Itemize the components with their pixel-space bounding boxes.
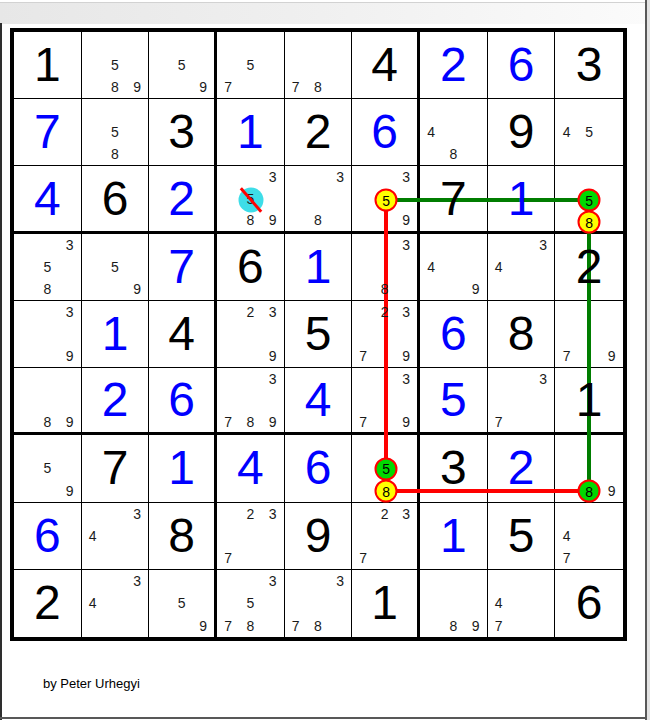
cell-r2c5[interactable]: 2 [285,99,353,166]
candidate-2: 2 [374,503,396,525]
candidate-7: 7 [217,76,239,98]
solved-digit: 4 [285,368,352,432]
given-digit: 1 [555,368,623,432]
candidate-3: 3 [329,166,351,187]
candidate-3: 3 [261,166,283,187]
given-digit: 9 [488,99,555,165]
solved-digit: 2 [82,368,149,432]
cell-r9c6[interactable]: 1 [352,570,420,637]
candidate-3: 3 [261,301,283,323]
cell-r9c1[interactable]: 2 [14,570,82,637]
cell-r5c8[interactable]: 8 [488,301,556,368]
cell-r1c7[interactable]: 2 [420,32,488,99]
given-digit: 7 [420,166,487,230]
candidate-9: 9 [58,345,80,367]
cell-r1c8[interactable]: 6 [488,32,556,99]
cell-r6c1[interactable]: 89 [14,368,82,435]
candidate-5: 5 [239,54,261,76]
candidate-7: 7 [488,615,510,637]
cell-r7c6[interactable]: 58 [352,435,420,502]
solved-digit: 1 [488,166,555,230]
candidate-8: 8 [442,143,464,165]
candidate-8: 8 [36,278,58,300]
candidate-8: 8 [442,615,464,637]
solved-digit: 2 [149,166,214,230]
candidate-9: 9 [395,345,417,367]
cell-r9c7[interactable]: 89 [420,570,488,637]
solved-digit: 6 [352,99,417,165]
cell-r4c9[interactable]: 2 [555,234,623,301]
cell-r2c3[interactable]: 3 [149,99,217,166]
cell-r5c5[interactable]: 5 [285,301,353,368]
candidate-7: 7 [217,547,239,569]
cell-r4c3[interactable]: 7 [149,234,217,301]
solved-digit: 6 [488,32,555,98]
candidate-3: 3 [395,301,417,323]
cell-r1c5[interactable]: 78 [285,32,353,99]
candidate-4: 4 [555,121,578,143]
cell-r7c1[interactable]: 59 [14,435,82,502]
cell-r1c9[interactable]: 3 [555,32,623,99]
window-border-left [0,23,2,720]
cell-r1c2[interactable]: 589 [82,32,150,99]
cell-r1c1[interactable]: 1 [14,32,82,99]
candidate-9: 9 [261,411,283,432]
candidate-8: 8 [578,479,601,501]
solved-digit: 5 [420,368,487,432]
given-digit: 5 [488,503,555,569]
cell-r8c6[interactable]: 237 [352,503,420,570]
candidate-3: 3 [261,368,283,389]
cell-r6c4[interactable]: 3789 [217,368,285,435]
cell-r4c6[interactable]: 38 [352,234,420,301]
cell-r8c9[interactable]: 47 [555,503,623,570]
given-digit: 4 [149,301,214,367]
candidate-4: 4 [420,256,442,278]
candidate-7: 7 [488,411,510,432]
candidate-5: 5 [171,54,193,76]
cell-r5c7[interactable]: 6 [420,301,488,368]
cell-r2c4[interactable]: 1 [217,99,285,166]
candidate-8: 8 [374,278,396,300]
given-digit: 1 [352,570,417,637]
cell-r7c2[interactable]: 7 [82,435,150,502]
candidate-8: 8 [104,76,126,98]
cell-r6c7[interactable]: 5 [420,368,488,435]
solved-digit: 1 [82,301,149,367]
given-digit: 8 [488,301,555,367]
credit-text: by Peter Urhegyi [43,676,140,691]
given-digit: 6 [82,166,149,230]
cell-r9c4[interactable]: 3578 [217,570,285,637]
candidate-5: 5 [104,121,126,143]
candidate-7: 7 [217,411,239,432]
cell-r9c2[interactable]: 34 [82,570,150,637]
candidate-9: 9 [126,76,148,98]
cell-r5c6[interactable]: 2379 [352,301,420,368]
cell-r8c1[interactable]: 6 [14,503,82,570]
given-digit: 7 [82,435,149,501]
candidate-9: 9 [261,345,283,367]
cell-r1c3[interactable]: 59 [149,32,217,99]
cell-r7c9[interactable]: 89 [555,435,623,502]
given-digit: 3 [420,435,487,501]
cell-r9c3[interactable]: 59 [149,570,217,637]
candidate-9: 9 [464,615,486,637]
candidate-8: 8 [239,411,261,432]
cell-r7c3[interactable]: 1 [149,435,217,502]
candidate-8: 8 [239,615,261,637]
cell-r7c4[interactable]: 4 [217,435,285,502]
given-digit: 1 [14,32,81,98]
cell-r5c2[interactable]: 1 [82,301,150,368]
cell-r5c9[interactable]: 79 [555,301,623,368]
solved-digit: 2 [488,435,555,501]
cell-r9c5[interactable]: 378 [285,570,353,637]
given-digit: 8 [149,503,214,569]
cell-r4c1[interactable]: 358 [14,234,82,301]
given-digit: 6 [217,234,284,300]
cell-r6c2[interactable]: 2 [82,368,150,435]
cell-r3c2[interactable]: 6 [82,166,150,233]
cell-r7c7[interactable]: 3 [420,435,488,502]
candidate-8: 8 [239,209,261,230]
cell-r2c9[interactable]: 45 [555,99,623,166]
cell-r4c7[interactable]: 49 [420,234,488,301]
candidate-7: 7 [285,615,307,637]
given-digit: 2 [285,99,352,165]
solved-digit: 7 [149,234,214,300]
candidate-9: 9 [395,209,417,230]
cell-r5c4[interactable]: 239 [217,301,285,368]
candidate-4: 4 [488,256,510,278]
candidate-9: 9 [58,479,80,501]
solved-digit: 6 [14,503,81,569]
cell-r3c8[interactable]: 1 [488,166,556,233]
candidate-8: 8 [307,209,329,230]
cell-r8c8[interactable]: 5 [488,503,556,570]
candidate-8: 8 [36,411,58,432]
solved-digit: 1 [149,435,214,501]
cell-r3c9[interactable]: 58 [555,166,623,233]
candidate-3: 3 [532,234,554,256]
cell-r2c7[interactable]: 48 [420,99,488,166]
solved-digit: 1 [285,234,352,300]
given-digit: 2 [555,234,623,300]
given-digit: 3 [555,32,623,98]
candidate-8: 8 [578,209,601,230]
cell-r6c6[interactable]: 379 [352,368,420,435]
candidate-3: 3 [532,368,554,389]
cell-r7c5[interactable]: 6 [285,435,353,502]
given-digit: 6 [555,570,623,637]
candidate-2: 2 [239,503,261,525]
cell-r1c4[interactable]: 57 [217,32,285,99]
candidate-3: 3 [126,570,148,592]
candidate-5: 5 [36,256,58,278]
candidate-5: 5 [239,188,261,209]
candidate-3: 3 [395,503,417,525]
candidate-3: 3 [58,234,80,256]
cell-r6c5[interactable]: 4 [285,368,353,435]
candidate-9: 9 [192,76,214,98]
top-scrollbar-track [0,2,647,24]
candidate-3: 3 [395,234,417,256]
candidate-8: 8 [104,143,126,165]
solved-digit: 6 [420,301,487,367]
solved-digit: 1 [420,503,487,569]
cell-r2c2[interactable]: 58 [82,99,150,166]
cell-r3c7[interactable]: 7 [420,166,488,233]
cell-r3c6[interactable]: 359 [352,166,420,233]
candidate-4: 4 [420,121,442,143]
candidate-3: 3 [395,166,417,187]
cell-r6c8[interactable]: 37 [488,368,556,435]
cell-r4c5[interactable]: 1 [285,234,353,301]
candidate-2: 2 [239,301,261,323]
cell-r6c9[interactable]: 1 [555,368,623,435]
cell-r8c3[interactable]: 8 [149,503,217,570]
cell-r4c2[interactable]: 59 [82,234,150,301]
cell-r8c5[interactable]: 9 [285,503,353,570]
cell-r8c4[interactable]: 237 [217,503,285,570]
solved-digit: 6 [285,435,352,501]
candidate-4: 4 [488,592,510,614]
candidate-5: 5 [104,256,126,278]
cell-r8c2[interactable]: 34 [82,503,150,570]
candidate-2: 2 [374,301,396,323]
candidate-5: 5 [578,121,601,143]
solved-digit: 1 [217,99,284,165]
cell-r5c1[interactable]: 39 [14,301,82,368]
candidate-9: 9 [395,411,417,432]
candidate-8: 8 [307,615,329,637]
given-digit: 2 [14,570,81,637]
candidate-9: 9 [600,479,623,501]
candidate-7: 7 [352,411,374,432]
cell-r3c5[interactable]: 38 [285,166,353,233]
candidate-7: 7 [555,547,578,569]
candidate-7: 7 [352,547,374,569]
candidate-4: 4 [82,525,104,547]
candidate-9: 9 [192,615,214,637]
cell-r9c9[interactable]: 6 [555,570,623,637]
given-digit: 9 [285,503,352,569]
solved-digit: 6 [149,368,214,432]
cell-r3c3[interactable]: 2 [149,166,217,233]
cell-r5c3[interactable]: 4 [149,301,217,368]
candidate-7: 7 [285,76,307,98]
cell-r9c8[interactable]: 47 [488,570,556,637]
candidate-5: 5 [374,457,396,479]
given-digit: 4 [352,32,417,98]
candidate-8: 8 [374,479,396,501]
candidate-3: 3 [261,570,283,592]
candidate-3: 3 [261,503,283,525]
candidate-9: 9 [600,345,623,367]
candidate-3: 3 [395,368,417,389]
solved-digit: 4 [14,166,81,230]
candidate-7: 7 [217,615,239,637]
cell-r7c8[interactable]: 2 [488,435,556,502]
candidate-7: 7 [352,345,374,367]
solved-digit: 4 [217,435,284,501]
candidate-8: 8 [307,76,329,98]
cell-r6c3[interactable]: 6 [149,368,217,435]
cell-r3c4[interactable]: 3589 [217,166,285,233]
window-border-bottom [0,717,647,719]
candidate-4: 4 [555,525,578,547]
sudoku-app-window: 1589595778426375831264894546235893835971… [0,0,650,720]
candidate-4: 4 [82,592,104,614]
solved-digit: 2 [420,32,487,98]
candidate-3: 3 [126,503,148,525]
candidate-3: 3 [329,570,351,592]
candidate-9: 9 [261,209,283,230]
candidate-9: 9 [464,278,486,300]
candidate-3: 3 [58,301,80,323]
candidate-5: 5 [578,188,601,209]
cell-r2c6[interactable]: 6 [352,99,420,166]
solved-digit: 7 [14,99,81,165]
candidate-5: 5 [239,592,261,614]
given-digit: 3 [149,99,214,165]
sudoku-board: 1589595778426375831264894546235893835971… [10,28,627,641]
cell-r8c7[interactable]: 1 [420,503,488,570]
cell-r4c8[interactable]: 34 [488,234,556,301]
candidate-5: 5 [36,457,58,479]
candidate-9: 9 [58,411,80,432]
candidate-5: 5 [374,188,396,209]
window-border-right [645,0,647,720]
candidate-9: 9 [126,278,148,300]
cell-r4c4[interactable]: 6 [217,234,285,301]
candidate-7: 7 [555,345,578,367]
cell-r3c1[interactable]: 4 [14,166,82,233]
candidate-5: 5 [171,592,193,614]
cell-r2c8[interactable]: 9 [488,99,556,166]
cell-r2c1[interactable]: 7 [14,99,82,166]
candidate-5: 5 [104,54,126,76]
given-digit: 5 [285,301,352,367]
cell-r1c6[interactable]: 4 [352,32,420,99]
